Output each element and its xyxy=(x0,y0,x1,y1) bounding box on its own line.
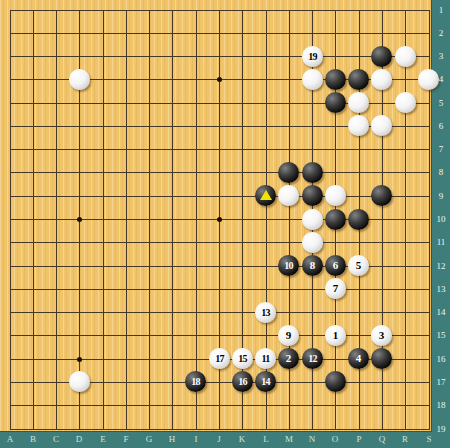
row-label-17: 17 xyxy=(432,377,450,387)
go-diagram: 19108657139131715112124181614 1234567891… xyxy=(0,0,450,448)
stone-j16[interactable]: 17 xyxy=(209,348,230,369)
grid-line xyxy=(10,289,430,290)
col-label-p: P xyxy=(352,434,366,444)
stone-o10[interactable] xyxy=(325,209,346,230)
stone-q9[interactable] xyxy=(371,185,392,206)
move-number: 4 xyxy=(356,348,362,369)
grid-line xyxy=(56,10,57,430)
move-number: 8 xyxy=(310,255,316,276)
grid-line xyxy=(10,429,430,430)
col-label-c: C xyxy=(49,434,63,444)
col-label-r: R xyxy=(398,434,412,444)
move-number: 6 xyxy=(333,255,339,276)
stone-p10[interactable] xyxy=(348,209,369,230)
stone-n11[interactable] xyxy=(302,232,323,253)
stone-q4[interactable] xyxy=(371,69,392,90)
col-label-i: I xyxy=(189,434,203,444)
grid-line xyxy=(10,242,430,243)
col-label-d: D xyxy=(72,434,86,444)
grid-line xyxy=(126,10,127,430)
stone-p12[interactable]: 5 xyxy=(348,255,369,276)
grid-line xyxy=(10,10,11,430)
star-point xyxy=(77,217,82,222)
stone-q3[interactable] xyxy=(371,46,392,67)
stone-o17[interactable] xyxy=(325,371,346,392)
row-label-1: 1 xyxy=(432,5,450,15)
col-label-k: K xyxy=(235,434,249,444)
grid-line xyxy=(149,10,150,430)
move-number: 15 xyxy=(238,348,247,369)
grid-line xyxy=(172,10,173,430)
stone-o13[interactable]: 7 xyxy=(325,278,346,299)
stone-o5[interactable] xyxy=(325,92,346,113)
stone-m9[interactable] xyxy=(278,185,299,206)
move-number: 9 xyxy=(286,325,292,346)
col-label-q: Q xyxy=(375,434,389,444)
stone-l14[interactable]: 13 xyxy=(255,302,276,323)
stone-r3[interactable] xyxy=(395,46,416,67)
star-point xyxy=(217,77,222,82)
row-label-18: 18 xyxy=(432,400,450,410)
move-number: 10 xyxy=(284,255,293,276)
grid-line xyxy=(10,10,430,11)
move-number: 18 xyxy=(191,371,200,392)
stone-o9[interactable] xyxy=(325,185,346,206)
stone-m16[interactable]: 2 xyxy=(278,348,299,369)
stone-p4[interactable] xyxy=(348,69,369,90)
row-label-8: 8 xyxy=(432,167,450,177)
move-number: 12 xyxy=(308,348,317,369)
grid-line xyxy=(10,335,430,336)
col-label-a: A xyxy=(3,434,17,444)
row-label-9: 9 xyxy=(432,191,450,201)
col-label-b: B xyxy=(26,434,40,444)
row-label-13: 13 xyxy=(432,284,450,294)
grid-line xyxy=(10,56,430,57)
grid-line xyxy=(10,312,430,313)
row-label-4: 4 xyxy=(432,74,450,84)
col-label-m: M xyxy=(282,434,296,444)
stone-l9[interactable] xyxy=(255,185,276,206)
grid-line xyxy=(405,10,406,430)
stone-r5[interactable] xyxy=(395,92,416,113)
col-label-f: F xyxy=(119,434,133,444)
stone-n3[interactable]: 19 xyxy=(302,46,323,67)
move-number: 2 xyxy=(286,348,292,369)
stone-n8[interactable] xyxy=(302,162,323,183)
stone-d17[interactable] xyxy=(69,371,90,392)
col-label-g: G xyxy=(142,434,156,444)
grid-line xyxy=(10,405,430,406)
move-number: 11 xyxy=(261,348,269,369)
col-label-l: L xyxy=(259,434,273,444)
move-number: 19 xyxy=(308,46,317,67)
grid-line xyxy=(33,10,34,430)
row-label-16: 16 xyxy=(432,354,450,364)
stone-k17[interactable]: 16 xyxy=(232,371,253,392)
stone-d4[interactable] xyxy=(69,69,90,90)
row-label-15: 15 xyxy=(432,330,450,340)
row-label-10: 10 xyxy=(432,214,450,224)
grid-line xyxy=(10,172,430,173)
triangle-marker xyxy=(260,190,272,200)
stone-p5[interactable] xyxy=(348,92,369,113)
col-label-n: N xyxy=(305,434,319,444)
col-label-s: S xyxy=(422,434,436,444)
row-label-7: 7 xyxy=(432,144,450,154)
row-label-11: 11 xyxy=(432,237,450,247)
stone-o15[interactable]: 1 xyxy=(325,325,346,346)
col-label-h: H xyxy=(165,434,179,444)
stone-o12[interactable]: 6 xyxy=(325,255,346,276)
stone-l16[interactable]: 11 xyxy=(255,348,276,369)
move-number: 3 xyxy=(379,325,385,346)
grid-line xyxy=(10,33,430,34)
star-point xyxy=(217,217,222,222)
column-labels-strip: ABCDEFGHIJKLMNOPQRS xyxy=(0,432,450,448)
stone-m8[interactable] xyxy=(278,162,299,183)
stone-n4[interactable] xyxy=(302,69,323,90)
row-label-3: 3 xyxy=(432,51,450,61)
grid-line xyxy=(103,10,104,430)
stone-l17[interactable]: 14 xyxy=(255,371,276,392)
stone-k16[interactable]: 15 xyxy=(232,348,253,369)
move-number: 5 xyxy=(356,255,362,276)
stone-p16[interactable]: 4 xyxy=(348,348,369,369)
row-label-14: 14 xyxy=(432,307,450,317)
move-number: 7 xyxy=(333,278,339,299)
move-number: 1 xyxy=(333,325,339,346)
move-number: 16 xyxy=(238,371,247,392)
stone-q16[interactable] xyxy=(371,348,392,369)
move-number: 14 xyxy=(261,371,270,392)
grid-line xyxy=(10,149,430,150)
row-labels-strip: 12345678910111213141516171819 xyxy=(432,0,450,448)
stone-q6[interactable] xyxy=(371,115,392,136)
go-board[interactable]: 19108657139131715112124181614 xyxy=(0,0,432,432)
row-label-6: 6 xyxy=(432,121,450,131)
star-point xyxy=(77,357,82,362)
row-label-2: 2 xyxy=(432,28,450,38)
stone-q15[interactable]: 3 xyxy=(371,325,392,346)
stone-n12[interactable]: 8 xyxy=(302,255,323,276)
stone-m15[interactable]: 9 xyxy=(278,325,299,346)
stone-n10[interactable] xyxy=(302,209,323,230)
col-label-o: O xyxy=(328,434,342,444)
move-number: 17 xyxy=(215,348,224,369)
grid-line xyxy=(196,10,197,430)
stone-i17[interactable]: 18 xyxy=(185,371,206,392)
stone-o4[interactable] xyxy=(325,69,346,90)
row-label-5: 5 xyxy=(432,98,450,108)
move-number: 13 xyxy=(261,302,270,323)
row-label-12: 12 xyxy=(432,261,450,271)
col-label-j: J xyxy=(212,434,226,444)
stone-n9[interactable] xyxy=(302,185,323,206)
stone-p6[interactable] xyxy=(348,115,369,136)
grid-line xyxy=(10,196,430,197)
stone-n16[interactable]: 12 xyxy=(302,348,323,369)
col-label-e: E xyxy=(96,434,110,444)
stone-m12[interactable]: 10 xyxy=(278,255,299,276)
